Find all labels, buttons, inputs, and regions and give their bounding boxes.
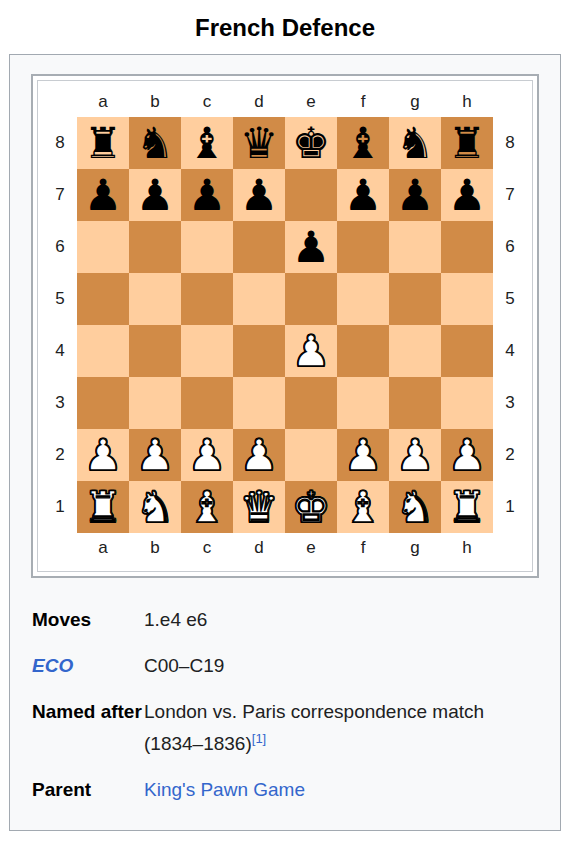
square-b7: ♟ xyxy=(129,169,181,221)
file-label-h-bottom: h xyxy=(441,533,493,563)
rank-label-8-right: 8 xyxy=(493,117,527,169)
square-c3 xyxy=(181,377,233,429)
square-e1: ♚ xyxy=(285,481,337,533)
fact-label-named-after: Named after xyxy=(32,696,144,760)
black-bishop-icon: ♝ xyxy=(344,122,383,165)
square-b2: ♟ xyxy=(129,429,181,481)
square-h7: ♟ xyxy=(441,169,493,221)
file-label-h-top: h xyxy=(441,87,493,117)
square-a1: ♜ xyxy=(77,481,129,533)
white-pawn-icon: ♟ xyxy=(344,434,383,477)
black-pawn-icon: ♟ xyxy=(292,226,331,269)
link-king-s-pawn-game[interactable]: King's Pawn Game xyxy=(144,779,305,800)
white-pawn-icon: ♟ xyxy=(448,434,487,477)
file-label-g-top: g xyxy=(389,87,441,117)
rank-label-6-right: 6 xyxy=(493,221,527,273)
square-f1: ♝ xyxy=(337,481,389,533)
square-b6 xyxy=(129,221,181,273)
square-e8: ♚ xyxy=(285,117,337,169)
black-pawn-icon: ♟ xyxy=(136,174,175,217)
square-c8: ♝ xyxy=(181,117,233,169)
file-label-b-top: b xyxy=(129,87,181,117)
white-pawn-icon: ♟ xyxy=(240,434,279,477)
file-label-c-bottom: c xyxy=(181,533,233,563)
square-b1: ♞ xyxy=(129,481,181,533)
square-a2: ♟ xyxy=(77,429,129,481)
fact-label-parent: Parent xyxy=(32,774,144,806)
square-g1: ♞ xyxy=(389,481,441,533)
black-knight-icon: ♞ xyxy=(136,122,175,165)
fact-text: London vs. Paris correspondence match (1… xyxy=(144,701,484,754)
black-rook-icon: ♜ xyxy=(84,122,123,165)
square-g8: ♞ xyxy=(389,117,441,169)
white-bishop-icon: ♝ xyxy=(188,486,227,529)
fact-label-moves: Moves xyxy=(32,604,144,636)
white-bishop-icon: ♝ xyxy=(344,486,383,529)
board-corner xyxy=(493,533,527,563)
square-h3 xyxy=(441,377,493,429)
fact-value-parent: King's Pawn Game xyxy=(144,774,538,806)
square-f8: ♝ xyxy=(337,117,389,169)
rank-label-5-left: 5 xyxy=(43,273,77,325)
square-c7: ♟ xyxy=(181,169,233,221)
white-pawn-icon: ♟ xyxy=(136,434,175,477)
black-bishop-icon: ♝ xyxy=(188,122,227,165)
white-pawn-icon: ♟ xyxy=(396,434,435,477)
rank-label-5-right: 5 xyxy=(493,273,527,325)
file-label-a-bottom: a xyxy=(77,533,129,563)
square-g7: ♟ xyxy=(389,169,441,221)
square-c4 xyxy=(181,325,233,377)
white-queen-icon: ♛ xyxy=(240,486,279,529)
rank-label-3-right: 3 xyxy=(493,377,527,429)
fact-text: C00–C19 xyxy=(144,655,224,676)
square-h6 xyxy=(441,221,493,273)
square-g3 xyxy=(389,377,441,429)
square-c1: ♝ xyxy=(181,481,233,533)
square-e7 xyxy=(285,169,337,221)
chess-board: abcdefgh8♜♞♝♛♚♝♞♜87♟♟♟♟♟♟♟76♟6554♟4332♟♟… xyxy=(43,87,527,563)
black-rook-icon: ♜ xyxy=(448,122,487,165)
file-label-e-bottom: e xyxy=(285,533,337,563)
file-label-f-bottom: f xyxy=(337,533,389,563)
square-a8: ♜ xyxy=(77,117,129,169)
reference-link-1[interactable]: [1] xyxy=(252,731,266,746)
black-knight-icon: ♞ xyxy=(396,122,435,165)
square-b5 xyxy=(129,273,181,325)
rank-label-6-left: 6 xyxy=(43,221,77,273)
file-label-d-bottom: d xyxy=(233,533,285,563)
square-e4: ♟ xyxy=(285,325,337,377)
square-h8: ♜ xyxy=(441,117,493,169)
board-corner xyxy=(43,87,77,117)
square-a6 xyxy=(77,221,129,273)
page-title: French Defence xyxy=(0,13,570,42)
white-knight-icon: ♞ xyxy=(396,486,435,529)
fact-label-eco[interactable]: ECO xyxy=(32,650,144,682)
rank-label-2-right: 2 xyxy=(493,429,527,481)
square-d8: ♛ xyxy=(233,117,285,169)
square-g2: ♟ xyxy=(389,429,441,481)
board-corner xyxy=(43,533,77,563)
square-b4 xyxy=(129,325,181,377)
black-queen-icon: ♛ xyxy=(240,122,279,165)
square-e2 xyxy=(285,429,337,481)
square-a4 xyxy=(77,325,129,377)
square-a3 xyxy=(77,377,129,429)
opening-infobox: abcdefgh8♜♞♝♛♚♝♞♜87♟♟♟♟♟♟♟76♟6554♟4332♟♟… xyxy=(9,54,561,831)
square-c6 xyxy=(181,221,233,273)
square-e5 xyxy=(285,273,337,325)
fact-value-moves: 1.e4 e6 xyxy=(144,604,538,636)
square-a5 xyxy=(77,273,129,325)
black-pawn-icon: ♟ xyxy=(344,174,383,217)
square-e6: ♟ xyxy=(285,221,337,273)
square-e3 xyxy=(285,377,337,429)
rank-label-7-left: 7 xyxy=(43,169,77,221)
file-label-b-bottom: b xyxy=(129,533,181,563)
chess-diagram-frame: abcdefgh8♜♞♝♛♚♝♞♜87♟♟♟♟♟♟♟76♟6554♟4332♟♟… xyxy=(31,74,539,578)
black-king-icon: ♚ xyxy=(292,122,331,165)
file-label-f-top: f xyxy=(337,87,389,117)
square-a7: ♟ xyxy=(77,169,129,221)
white-king-icon: ♚ xyxy=(292,486,331,529)
square-c5 xyxy=(181,273,233,325)
rank-label-4-left: 4 xyxy=(43,325,77,377)
rank-label-8-left: 8 xyxy=(43,117,77,169)
square-d5 xyxy=(233,273,285,325)
square-g5 xyxy=(389,273,441,325)
square-d4 xyxy=(233,325,285,377)
file-label-d-top: d xyxy=(233,87,285,117)
square-f6 xyxy=(337,221,389,273)
white-pawn-icon: ♟ xyxy=(188,434,227,477)
square-f7: ♟ xyxy=(337,169,389,221)
rank-label-3-left: 3 xyxy=(43,377,77,429)
fact-value-eco: C00–C19 xyxy=(144,650,538,682)
square-d6 xyxy=(233,221,285,273)
rank-label-2-left: 2 xyxy=(43,429,77,481)
square-f3 xyxy=(337,377,389,429)
white-rook-icon: ♜ xyxy=(84,486,123,529)
square-g6 xyxy=(389,221,441,273)
square-d2: ♟ xyxy=(233,429,285,481)
square-b8: ♞ xyxy=(129,117,181,169)
rank-label-7-right: 7 xyxy=(493,169,527,221)
infobox-facts: Moves1.e4 e6ECOC00–C19Named afterLondon … xyxy=(32,604,538,806)
square-f4 xyxy=(337,325,389,377)
file-label-c-top: c xyxy=(181,87,233,117)
board-corner xyxy=(493,87,527,117)
black-pawn-icon: ♟ xyxy=(188,174,227,217)
page: French Defence abcdefgh8♜♞♝♛♚♝♞♜87♟♟♟♟♟♟… xyxy=(0,0,570,854)
file-label-a-top: a xyxy=(77,87,129,117)
square-c2: ♟ xyxy=(181,429,233,481)
rank-label-4-right: 4 xyxy=(493,325,527,377)
square-d3 xyxy=(233,377,285,429)
black-pawn-icon: ♟ xyxy=(240,174,279,217)
square-f5 xyxy=(337,273,389,325)
white-knight-icon: ♞ xyxy=(136,486,175,529)
file-label-e-top: e xyxy=(285,87,337,117)
black-pawn-icon: ♟ xyxy=(396,174,435,217)
square-g4 xyxy=(389,325,441,377)
fact-text: 1.e4 e6 xyxy=(144,609,207,630)
square-d1: ♛ xyxy=(233,481,285,533)
black-pawn-icon: ♟ xyxy=(448,174,487,217)
rank-label-1-right: 1 xyxy=(493,481,527,533)
white-pawn-icon: ♟ xyxy=(84,434,123,477)
white-rook-icon: ♜ xyxy=(448,486,487,529)
square-f2: ♟ xyxy=(337,429,389,481)
square-h4 xyxy=(441,325,493,377)
rank-label-1-left: 1 xyxy=(43,481,77,533)
fact-value-named-after: London vs. Paris correspondence match (1… xyxy=(144,696,538,760)
white-pawn-icon: ♟ xyxy=(292,330,331,373)
chess-diagram-inner: abcdefgh8♜♞♝♛♚♝♞♜87♟♟♟♟♟♟♟76♟6554♟4332♟♟… xyxy=(37,80,533,572)
square-h1: ♜ xyxy=(441,481,493,533)
square-d7: ♟ xyxy=(233,169,285,221)
file-label-g-bottom: g xyxy=(389,533,441,563)
black-pawn-icon: ♟ xyxy=(84,174,123,217)
square-h2: ♟ xyxy=(441,429,493,481)
square-h5 xyxy=(441,273,493,325)
square-b3 xyxy=(129,377,181,429)
